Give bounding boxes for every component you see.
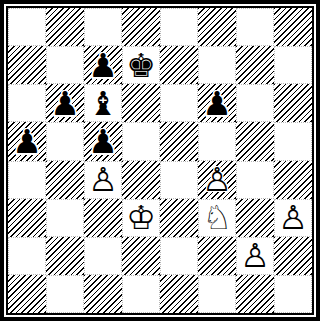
white-pawn: ♟♙ <box>85 162 121 198</box>
square-a3[interactable] <box>8 199 46 237</box>
white-knight: ♞♘ <box>199 200 235 236</box>
square-a4[interactable] <box>8 161 46 199</box>
square-d1[interactable] <box>122 275 160 313</box>
square-e1[interactable] <box>160 275 198 313</box>
black-bishop: ♝ <box>85 85 121 121</box>
square-h2[interactable] <box>274 237 312 275</box>
square-e2[interactable] <box>160 237 198 275</box>
square-c8[interactable] <box>84 8 122 46</box>
square-d7[interactable]: ♚ <box>122 46 160 84</box>
square-a1[interactable] <box>8 275 46 313</box>
black-king: ♚ <box>123 47 159 83</box>
white-pawn: ♟♙ <box>198 161 236 199</box>
square-f3[interactable]: ♞♘ <box>198 199 236 237</box>
square-g6[interactable] <box>236 84 274 122</box>
square-h1[interactable] <box>274 275 312 313</box>
square-g1[interactable] <box>236 275 274 313</box>
chess-board-frame: ♟♚♟♝♟♟♟♟♙♟♙♚♔♞♘♟♙♟♙ <box>0 0 320 321</box>
square-e6[interactable] <box>160 84 198 122</box>
square-c5[interactable]: ♟ <box>84 122 122 160</box>
square-f1[interactable] <box>198 275 236 313</box>
square-a6[interactable] <box>8 84 46 122</box>
square-f6[interactable]: ♟ <box>198 84 236 122</box>
square-g4[interactable] <box>236 161 274 199</box>
square-f8[interactable] <box>198 8 236 46</box>
square-e4[interactable] <box>160 161 198 199</box>
square-c6[interactable]: ♝ <box>84 84 122 122</box>
square-b2[interactable] <box>46 237 84 275</box>
black-pawn: ♟ <box>84 46 122 84</box>
square-b6[interactable]: ♟ <box>46 84 84 122</box>
square-d3[interactable]: ♚♔ <box>122 199 160 237</box>
square-f4[interactable]: ♟♙ <box>198 161 236 199</box>
square-c1[interactable] <box>84 275 122 313</box>
square-e3[interactable] <box>160 199 198 237</box>
square-h3[interactable]: ♟♙ <box>274 199 312 237</box>
square-a2[interactable] <box>8 237 46 275</box>
square-b4[interactable] <box>46 161 84 199</box>
square-c4[interactable]: ♟♙ <box>84 161 122 199</box>
square-h4[interactable] <box>274 161 312 199</box>
black-pawn: ♟ <box>46 84 84 122</box>
square-d4[interactable] <box>122 161 160 199</box>
square-f2[interactable] <box>198 237 236 275</box>
square-h5[interactable] <box>274 122 312 160</box>
square-a7[interactable] <box>8 46 46 84</box>
white-pawn: ♟♙ <box>275 200 311 236</box>
square-a8[interactable] <box>8 8 46 46</box>
chess-board-inner-frame: ♟♚♟♝♟♟♟♟♙♟♙♚♔♞♘♟♙♟♙ <box>6 6 314 315</box>
square-b7[interactable] <box>46 46 84 84</box>
white-king: ♚♔ <box>123 200 159 236</box>
square-e7[interactable] <box>160 46 198 84</box>
square-f5[interactable] <box>198 122 236 160</box>
square-g7[interactable] <box>236 46 274 84</box>
black-pawn: ♟ <box>84 122 122 160</box>
square-b5[interactable] <box>46 122 84 160</box>
square-d5[interactable] <box>122 122 160 160</box>
square-g3[interactable] <box>236 199 274 237</box>
square-d6[interactable] <box>122 84 160 122</box>
square-h6[interactable] <box>274 84 312 122</box>
square-a5[interactable]: ♟ <box>8 122 46 160</box>
square-h7[interactable] <box>274 46 312 84</box>
square-b3[interactable] <box>46 199 84 237</box>
square-g2[interactable]: ♟♙ <box>236 237 274 275</box>
white-pawn: ♟♙ <box>237 238 273 274</box>
square-b8[interactable] <box>46 8 84 46</box>
square-c2[interactable] <box>84 237 122 275</box>
black-pawn: ♟ <box>198 84 236 122</box>
square-d8[interactable] <box>122 8 160 46</box>
square-d2[interactable] <box>122 237 160 275</box>
black-pawn: ♟ <box>8 122 46 160</box>
square-e5[interactable] <box>160 122 198 160</box>
square-c7[interactable]: ♟ <box>84 46 122 84</box>
square-c3[interactable] <box>84 199 122 237</box>
square-b1[interactable] <box>46 275 84 313</box>
square-f7[interactable] <box>198 46 236 84</box>
chess-board: ♟♚♟♝♟♟♟♟♙♟♙♚♔♞♘♟♙♟♙ <box>8 8 312 313</box>
square-g5[interactable] <box>236 122 274 160</box>
square-e8[interactable] <box>160 8 198 46</box>
square-h8[interactable] <box>274 8 312 46</box>
square-g8[interactable] <box>236 8 274 46</box>
